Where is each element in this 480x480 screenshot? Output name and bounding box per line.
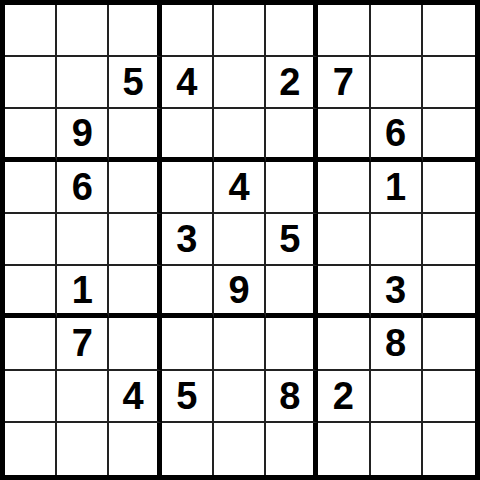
sudoku-cell-r1c7[interactable] <box>318 5 370 57</box>
sudoku-cell-r7c7[interactable] <box>318 318 370 370</box>
sudoku-cell-r2c1[interactable] <box>5 57 57 109</box>
sudoku-cell-r2c5[interactable] <box>214 57 266 109</box>
sudoku-cell-r6c7[interactable] <box>318 266 370 318</box>
sudoku-cell-r9c5[interactable] <box>214 423 266 475</box>
sudoku-cell-r9c1[interactable] <box>5 423 57 475</box>
sudoku-cell-r3c6[interactable] <box>266 109 318 161</box>
sudoku-cell-r2c4[interactable]: 4 <box>162 57 214 109</box>
sudoku-cell-r2c2[interactable] <box>57 57 109 109</box>
sudoku-cell-r1c5[interactable] <box>214 5 266 57</box>
sudoku-cell-r8c2[interactable] <box>57 371 109 423</box>
sudoku-cell-r7c3[interactable] <box>109 318 161 370</box>
sudoku-cell-r6c3[interactable] <box>109 266 161 318</box>
sudoku-page: 54279664135193784582 <box>0 0 480 480</box>
sudoku-cell-r9c7[interactable] <box>318 423 370 475</box>
sudoku-cell-r6c6[interactable] <box>266 266 318 318</box>
sudoku-cell-r3c8[interactable]: 6 <box>371 109 423 161</box>
sudoku-cell-r4c1[interactable] <box>5 162 57 214</box>
sudoku-cell-r5c1[interactable] <box>5 214 57 266</box>
sudoku-cell-r4c6[interactable] <box>266 162 318 214</box>
sudoku-cell-r2c9[interactable] <box>423 57 475 109</box>
sudoku-cell-r6c8[interactable]: 3 <box>371 266 423 318</box>
sudoku-cell-r5c3[interactable] <box>109 214 161 266</box>
sudoku-cell-r9c2[interactable] <box>57 423 109 475</box>
sudoku-cell-r3c2[interactable]: 9 <box>57 109 109 161</box>
sudoku-cell-r4c9[interactable] <box>423 162 475 214</box>
sudoku-cell-r7c6[interactable] <box>266 318 318 370</box>
sudoku-cell-r2c3[interactable]: 5 <box>109 57 161 109</box>
sudoku-cell-r4c4[interactable] <box>162 162 214 214</box>
sudoku-cell-r8c8[interactable] <box>371 371 423 423</box>
sudoku-cell-r7c1[interactable] <box>5 318 57 370</box>
sudoku-cell-r9c6[interactable] <box>266 423 318 475</box>
sudoku-cell-r8c4[interactable]: 5 <box>162 371 214 423</box>
sudoku-cell-r9c9[interactable] <box>423 423 475 475</box>
sudoku-cell-r4c2[interactable]: 6 <box>57 162 109 214</box>
sudoku-cell-r8c1[interactable] <box>5 371 57 423</box>
sudoku-cell-r7c2[interactable]: 7 <box>57 318 109 370</box>
sudoku-board: 54279664135193784582 <box>0 0 480 480</box>
sudoku-cell-r5c4[interactable]: 3 <box>162 214 214 266</box>
sudoku-cell-r6c4[interactable] <box>162 266 214 318</box>
sudoku-cell-r8c3[interactable]: 4 <box>109 371 161 423</box>
sudoku-cell-r4c8[interactable]: 1 <box>371 162 423 214</box>
sudoku-cell-r1c4[interactable] <box>162 5 214 57</box>
sudoku-cell-r7c4[interactable] <box>162 318 214 370</box>
sudoku-cell-r1c9[interactable] <box>423 5 475 57</box>
sudoku-cell-r4c7[interactable] <box>318 162 370 214</box>
sudoku-cell-r4c5[interactable]: 4 <box>214 162 266 214</box>
sudoku-cell-r5c2[interactable] <box>57 214 109 266</box>
sudoku-cell-r3c4[interactable] <box>162 109 214 161</box>
sudoku-cell-r1c2[interactable] <box>57 5 109 57</box>
sudoku-cell-r6c5[interactable]: 9 <box>214 266 266 318</box>
sudoku-cell-r7c9[interactable] <box>423 318 475 370</box>
sudoku-cell-r1c3[interactable] <box>109 5 161 57</box>
sudoku-cell-r9c8[interactable] <box>371 423 423 475</box>
sudoku-cell-r5c9[interactable] <box>423 214 475 266</box>
sudoku-cell-r5c7[interactable] <box>318 214 370 266</box>
sudoku-cell-r3c3[interactable] <box>109 109 161 161</box>
sudoku-cell-r5c8[interactable] <box>371 214 423 266</box>
sudoku-cell-r6c2[interactable]: 1 <box>57 266 109 318</box>
sudoku-cell-r2c6[interactable]: 2 <box>266 57 318 109</box>
sudoku-cell-r6c9[interactable] <box>423 266 475 318</box>
sudoku-cell-r3c7[interactable] <box>318 109 370 161</box>
sudoku-cell-r8c7[interactable]: 2 <box>318 371 370 423</box>
sudoku-cell-r5c5[interactable] <box>214 214 266 266</box>
sudoku-cell-r3c9[interactable] <box>423 109 475 161</box>
sudoku-cell-r5c6[interactable]: 5 <box>266 214 318 266</box>
sudoku-cell-r3c1[interactable] <box>5 109 57 161</box>
sudoku-cell-r6c1[interactable] <box>5 266 57 318</box>
sudoku-cell-r8c5[interactable] <box>214 371 266 423</box>
sudoku-cell-r9c4[interactable] <box>162 423 214 475</box>
sudoku-cell-r2c8[interactable] <box>371 57 423 109</box>
sudoku-cell-r7c5[interactable] <box>214 318 266 370</box>
sudoku-cell-r9c3[interactable] <box>109 423 161 475</box>
sudoku-cell-r4c3[interactable] <box>109 162 161 214</box>
sudoku-cell-r1c8[interactable] <box>371 5 423 57</box>
sudoku-cell-r8c6[interactable]: 8 <box>266 371 318 423</box>
sudoku-cell-r2c7[interactable]: 7 <box>318 57 370 109</box>
sudoku-cell-r3c5[interactable] <box>214 109 266 161</box>
sudoku-cell-r1c1[interactable] <box>5 5 57 57</box>
sudoku-cell-r7c8[interactable]: 8 <box>371 318 423 370</box>
sudoku-cell-r8c9[interactable] <box>423 371 475 423</box>
sudoku-cell-r1c6[interactable] <box>266 5 318 57</box>
